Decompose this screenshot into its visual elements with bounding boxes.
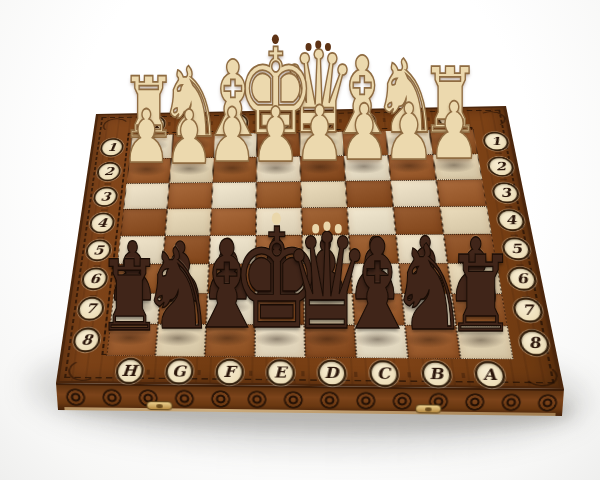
king-finial-detail bbox=[272, 34, 279, 44]
white-pawn-icon: ♟ bbox=[428, 92, 480, 171]
queen-finial-detail bbox=[316, 41, 322, 49]
black-rook-icon: ♜ bbox=[446, 242, 516, 348]
queen-finial-detail bbox=[323, 221, 330, 230]
white-pawn-icon: ♟ bbox=[383, 94, 435, 172]
white-pawn-icon: ♟ bbox=[207, 99, 257, 174]
king-finial-detail bbox=[272, 212, 281, 224]
white-pawn-icon: ♟ bbox=[251, 98, 301, 174]
white-pawn-icon: ♟ bbox=[294, 96, 345, 172]
white-pawn-icon: ♟ bbox=[164, 100, 213, 174]
white-pawn-icon: ♟ bbox=[122, 101, 171, 174]
white-pawn-icon: ♟ bbox=[338, 95, 389, 172]
pieces-layer: ♜♞♝♛♚♝♞♜♟♟♟♟♟♟♟♟♟♟♟♟♟♟♟♟♜♞♝♚♛♝♞♜ bbox=[0, 0, 600, 480]
scene: 11HH22GG33FF44EE55DD66CC77BB88AA ♜♞♝♛♚♝♞… bbox=[0, 0, 600, 480]
